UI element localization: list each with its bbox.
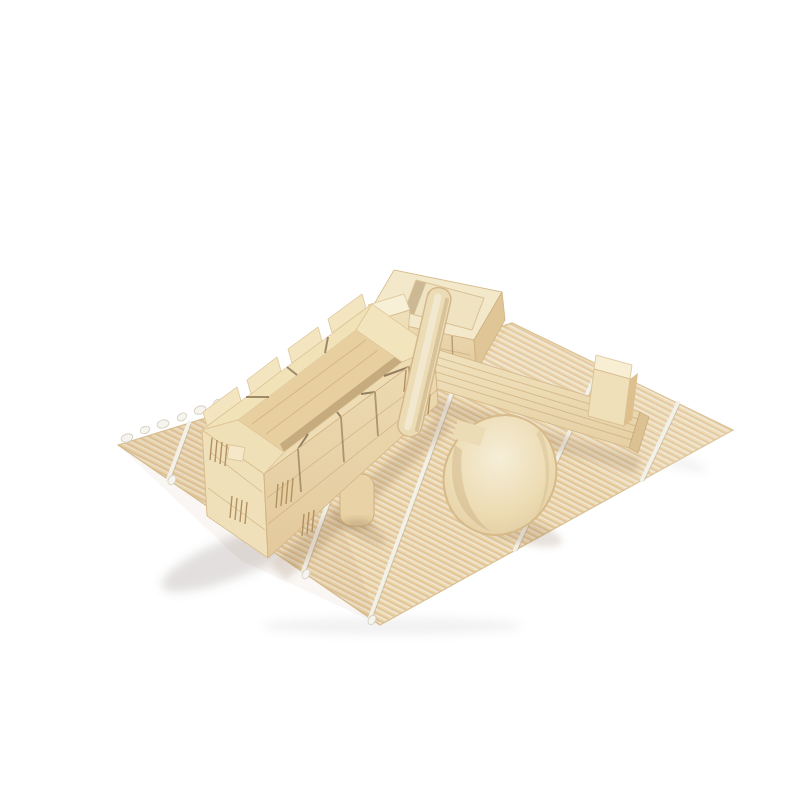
lid-right-handle-block xyxy=(588,355,638,426)
sushi-kit-photo xyxy=(0,0,800,800)
product-photo-stage xyxy=(0,0,800,800)
